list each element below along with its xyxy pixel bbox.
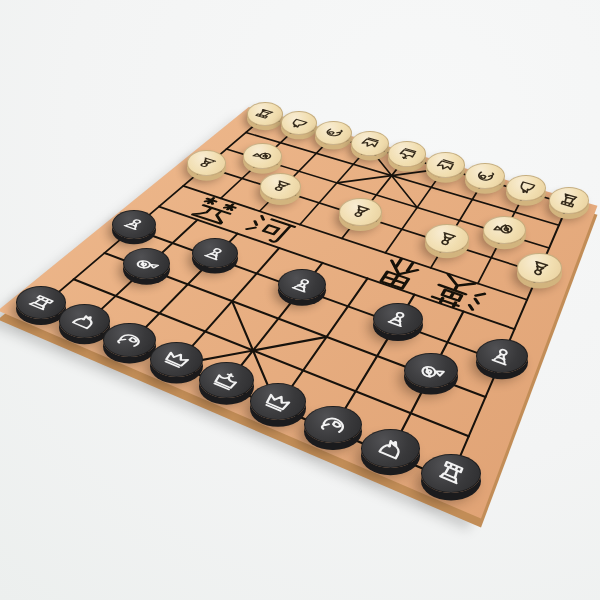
castle-rook-icon [19, 290, 64, 316]
xiangqi-3d-render [0, 0, 600, 600]
piece-black-elephant[interactable] [304, 406, 362, 444]
piece-cream-rook[interactable] [247, 102, 283, 126]
horse-head-icon [283, 115, 316, 132]
piece-cream-advisor[interactable] [351, 131, 389, 156]
piece-black-advisor[interactable] [250, 383, 306, 420]
horse-head-icon [511, 177, 542, 200]
pawn-icon [343, 200, 379, 223]
piece-black-knight[interactable] [361, 429, 420, 467]
castle-rook-icon [249, 106, 281, 122]
piece-black-cannon[interactable] [123, 248, 170, 279]
piece-black-cannon[interactable] [404, 353, 457, 388]
pawn-icon [378, 304, 417, 333]
king-crown-icon [203, 364, 249, 396]
piece-black-pawn[interactable] [112, 210, 156, 239]
queen-crown-icon [255, 385, 301, 419]
pawn-icon [482, 340, 520, 372]
piece-black-elephant[interactable] [103, 323, 155, 357]
piece-cream-pawn[interactable] [425, 224, 469, 253]
xiangqi-board [0, 0, 600, 600]
castle-rook-icon [429, 454, 473, 494]
queen-crown-icon [154, 344, 199, 375]
pawn-icon [263, 176, 299, 196]
piece-black-king[interactable] [199, 362, 254, 398]
elephant-icon [469, 165, 500, 187]
pawn-icon [282, 271, 322, 298]
horse-head-icon [62, 307, 107, 335]
elephant-icon [310, 406, 355, 442]
pawn-icon [523, 255, 557, 282]
queen-crown-icon [354, 134, 386, 153]
pawn-icon [114, 214, 154, 236]
whistle-cannon-icon [246, 147, 281, 166]
whistle-cannon-icon [411, 354, 452, 387]
whistle-cannon-icon [125, 252, 167, 276]
piece-black-pawn[interactable] [476, 339, 528, 373]
piece-cream-advisor[interactable] [426, 152, 465, 178]
piece-black-advisor[interactable] [150, 342, 204, 377]
piece-black-knight[interactable] [59, 304, 110, 338]
elephant-icon [107, 325, 152, 354]
elephant-icon [317, 124, 349, 142]
horse-head-icon [368, 429, 413, 467]
king-crown-icon [391, 144, 423, 164]
pawn-icon [189, 154, 225, 172]
piece-cream-rook[interactable] [549, 187, 590, 214]
piece-black-pawn[interactable] [373, 303, 423, 336]
pawn-icon [429, 227, 464, 252]
piece-black-pawn[interactable] [192, 238, 238, 268]
piece-cream-cannon[interactable] [483, 216, 526, 244]
pawn-icon [195, 241, 235, 265]
piece-cream-king[interactable] [388, 141, 426, 166]
castle-rook-icon [554, 188, 584, 212]
queen-crown-icon [429, 155, 461, 176]
piece-cream-pawn[interactable] [339, 198, 381, 226]
whistle-cannon-icon [488, 217, 521, 242]
